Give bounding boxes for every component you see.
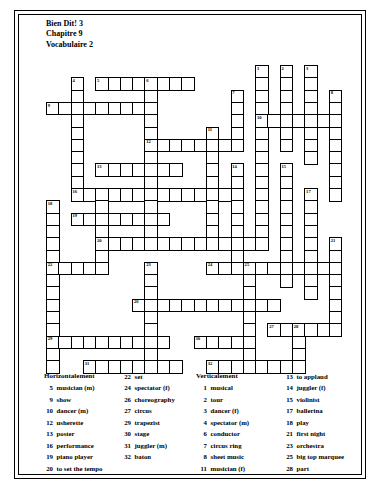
down-clues-col-2: 13to applaud14juggler (f)15violinist17ba… xyxy=(278,373,344,477)
clue-number: 20 xyxy=(97,238,102,243)
clue-item-number: 7 xyxy=(192,442,207,449)
clue-item-number: 32 xyxy=(116,453,131,460)
grid-cell[interactable] xyxy=(267,299,281,313)
clue-item-number: 1 xyxy=(192,384,207,391)
clue-item-text: ballerina xyxy=(297,407,323,414)
clue-item-number: 13 xyxy=(38,430,53,437)
clue-number: 8 xyxy=(331,90,333,95)
clue-item-text: piano player xyxy=(57,453,93,460)
clue-number: 19 xyxy=(72,213,77,218)
clue-item: 10dancer (m) xyxy=(38,407,102,419)
grid-cell[interactable] xyxy=(280,274,294,288)
clue-item: 17ballerina xyxy=(278,407,344,419)
clue-item-number: 20 xyxy=(38,465,53,472)
down-header: Verticalement xyxy=(196,372,238,380)
clue-item-text: musician (m) xyxy=(57,384,95,391)
clue-item: 4spectator (m) xyxy=(192,419,249,431)
clue-item: 19piano player xyxy=(38,453,102,465)
clue-number: 13 xyxy=(97,164,102,169)
clue-item-text: trapezist xyxy=(135,419,160,426)
clue-item-text: to set the tempo xyxy=(57,465,103,472)
clue-item-text: sheet music xyxy=(211,453,244,460)
clue-item-number: 13 xyxy=(278,373,293,380)
clue-item-text: musical xyxy=(211,384,233,391)
clue-item-number: 6 xyxy=(192,430,207,437)
down-clues-col-1: 1musical2tour3dancer (f)4spectator (m)6c… xyxy=(192,384,249,476)
clue-item: 27circus xyxy=(116,407,175,419)
clue-item-text: first night xyxy=(297,430,326,437)
clue-number: 18 xyxy=(48,201,53,206)
clue-item: 26choreography xyxy=(116,396,175,408)
clue-item-number: 29 xyxy=(116,419,131,426)
title-line-1: Bien Dit! 3 xyxy=(46,19,93,29)
clue-item-number: 27 xyxy=(116,407,131,414)
clue-item-text: violinist xyxy=(297,396,320,403)
clue-item: 7circus ring xyxy=(192,442,249,454)
clue-number: 25 xyxy=(245,262,250,267)
clue-item: 28part xyxy=(278,465,344,477)
clue-item: 5musician (m) xyxy=(38,384,102,396)
across-clues-col-1: 5musician (m)9show10dancer (m)12usherett… xyxy=(38,384,102,476)
clue-item: 30stage xyxy=(116,430,175,442)
grid-cell[interactable] xyxy=(169,163,183,177)
clue-item-text: to applaud xyxy=(297,373,328,380)
clue-number: 24 xyxy=(208,262,213,267)
clue-item-text: spectator (f) xyxy=(135,384,170,391)
clue-item-text: circus ring xyxy=(211,442,242,449)
clue-item: 31juggler (m) xyxy=(116,442,175,454)
clue-item-number: 5 xyxy=(38,384,53,391)
grid-cell[interactable] xyxy=(329,188,343,202)
clue-number: 16 xyxy=(72,189,77,194)
clue-item-text: poster xyxy=(57,430,75,437)
grid-cell[interactable] xyxy=(304,286,318,300)
across-header: Horizontalement xyxy=(44,372,95,380)
worksheet-page: Bien Dit! 3 Chapitre 9 Vocabulaire 2 123… xyxy=(0,0,386,500)
clue-item: 6conductor xyxy=(192,430,249,442)
clue-item-text: juggler (m) xyxy=(135,442,168,449)
clue-item: 23orchestra xyxy=(278,442,344,454)
clue-item-number: 11 xyxy=(192,465,207,472)
clue-item-text: spectator (m) xyxy=(211,419,250,426)
grid-cell[interactable] xyxy=(95,262,109,276)
clue-item-number: 31 xyxy=(116,442,131,449)
clue-item: 16performance xyxy=(38,442,102,454)
clue-item-text: baton xyxy=(135,453,152,460)
clue-item: 8sheet music xyxy=(192,453,249,465)
clue-number: 3 xyxy=(306,66,308,71)
clue-item-number: 14 xyxy=(278,384,293,391)
clue-number: 2 xyxy=(281,66,283,71)
clue-item-text: circus xyxy=(135,407,152,414)
grid-cell[interactable] xyxy=(231,139,245,153)
grid-cell[interactable] xyxy=(181,77,195,91)
clue-item-number: 26 xyxy=(116,396,131,403)
clue-item: 11musician (f) xyxy=(192,465,249,477)
clue-item-number: 10 xyxy=(38,407,53,414)
clue-item: 15violinist xyxy=(278,396,344,408)
clue-item-text: dancer (f) xyxy=(211,407,239,414)
title-line-3: Vocabulaire 2 xyxy=(46,40,93,50)
clue-item-text: usherette xyxy=(57,419,84,426)
grid-cell[interactable] xyxy=(304,151,318,165)
clue-item-number: 8 xyxy=(192,453,207,460)
clue-item-text: musician (f) xyxy=(211,465,246,472)
clue-number: 12 xyxy=(146,139,151,144)
clue-item: 9show xyxy=(38,396,102,408)
grid-cell[interactable] xyxy=(157,336,171,350)
clue-item: 18play xyxy=(278,419,344,431)
clue-number: 15 xyxy=(281,164,286,169)
clue-item: 14juggler (f) xyxy=(278,384,344,396)
clue-number: 26 xyxy=(134,299,139,304)
clue-item-number: 4 xyxy=(192,419,207,426)
clue-item-text: tour xyxy=(211,396,223,403)
clue-number: 21 xyxy=(331,238,336,243)
clue-item-number: 25 xyxy=(278,453,293,460)
clue-item: 13poster xyxy=(38,430,102,442)
clue-item-number: 12 xyxy=(38,419,53,426)
clue-number: 29 xyxy=(48,336,53,341)
clue-number: 22 xyxy=(48,262,53,267)
clue-item: 21first night xyxy=(278,430,344,442)
clue-item-number: 9 xyxy=(38,396,53,403)
clue-number: 27 xyxy=(269,324,274,329)
clue-item: 29trapezist xyxy=(116,419,175,431)
grid-cell[interactable] xyxy=(329,323,343,337)
clue-number: 9 xyxy=(48,103,50,108)
clue-item-number: 28 xyxy=(278,465,293,472)
clue-number: 1 xyxy=(257,66,259,71)
clue-item-text: orchestra xyxy=(297,442,324,449)
clue-item: 13to applaud xyxy=(278,373,344,385)
clue-item: 32baton xyxy=(116,453,175,465)
clue-item-text: dancer (m) xyxy=(57,407,89,414)
clue-number: 4 xyxy=(72,78,74,83)
grid-cell[interactable] xyxy=(280,139,294,153)
clue-number: 30 xyxy=(195,336,200,341)
clue-number: 14 xyxy=(232,164,237,169)
clue-item-number: 18 xyxy=(278,419,293,426)
clue-item-number: 22 xyxy=(116,373,131,380)
clue-number: 7 xyxy=(232,90,234,95)
clue-number: 31 xyxy=(85,361,90,366)
clue-item: 20to set the tempo xyxy=(38,465,102,477)
grid-cell[interactable] xyxy=(157,213,171,227)
clue-item-text: stage xyxy=(135,430,150,437)
clue-item-text: performance xyxy=(57,442,94,449)
clue-item-number: 30 xyxy=(116,430,131,437)
clue-item-number: 3 xyxy=(192,407,207,414)
clue-number: 28 xyxy=(294,324,299,329)
clue-item: 22set xyxy=(116,373,175,385)
title-line-2: Chapitre 9 xyxy=(46,29,93,39)
clue-item: 24spectator (f) xyxy=(116,384,175,396)
clue-number: 11 xyxy=(208,127,212,132)
clue-item-text: play xyxy=(297,419,309,426)
clue-item-number: 15 xyxy=(278,396,293,403)
clue-item-number: 19 xyxy=(38,453,53,460)
clue-item-number: 24 xyxy=(116,384,131,391)
clue-number: 23 xyxy=(146,262,151,267)
across-clues-col-2: 22set24spectator (f)26choreography27circ… xyxy=(116,373,175,465)
clue-item-number: 16 xyxy=(38,442,53,449)
clue-item-text: big top marquee xyxy=(297,453,344,460)
clue-number: 5 xyxy=(97,78,99,83)
clue-item-text: set xyxy=(135,373,143,380)
crossword-grid: 1234567891011121314151617181920212223242… xyxy=(46,65,343,374)
clue-item-text: juggler (f) xyxy=(297,384,326,391)
clue-item-text: show xyxy=(57,396,72,403)
clue-item: 25big top marquee xyxy=(278,453,344,465)
clue-item-number: 21 xyxy=(278,430,293,437)
clue-item: 1musical xyxy=(192,384,249,396)
clue-item-number: 2 xyxy=(192,396,207,403)
clue-item-text: conductor xyxy=(211,430,240,437)
clue-number: 10 xyxy=(257,115,262,120)
title-block: Bien Dit! 3 Chapitre 9 Vocabulaire 2 xyxy=(46,19,93,50)
grid-cell[interactable] xyxy=(255,237,269,251)
clue-item: 12usherette xyxy=(38,419,102,431)
clue-item: 2tour xyxy=(192,396,249,408)
clue-item-number: 23 xyxy=(278,442,293,449)
clue-number: 32 xyxy=(208,361,213,366)
clue-item: 3dancer (f) xyxy=(192,407,249,419)
clue-item-number: 17 xyxy=(278,407,293,414)
clue-item-text: choreography xyxy=(135,396,175,403)
clue-item-text: part xyxy=(297,465,309,472)
clue-number: 17 xyxy=(306,189,311,194)
clue-number: 6 xyxy=(146,78,148,83)
